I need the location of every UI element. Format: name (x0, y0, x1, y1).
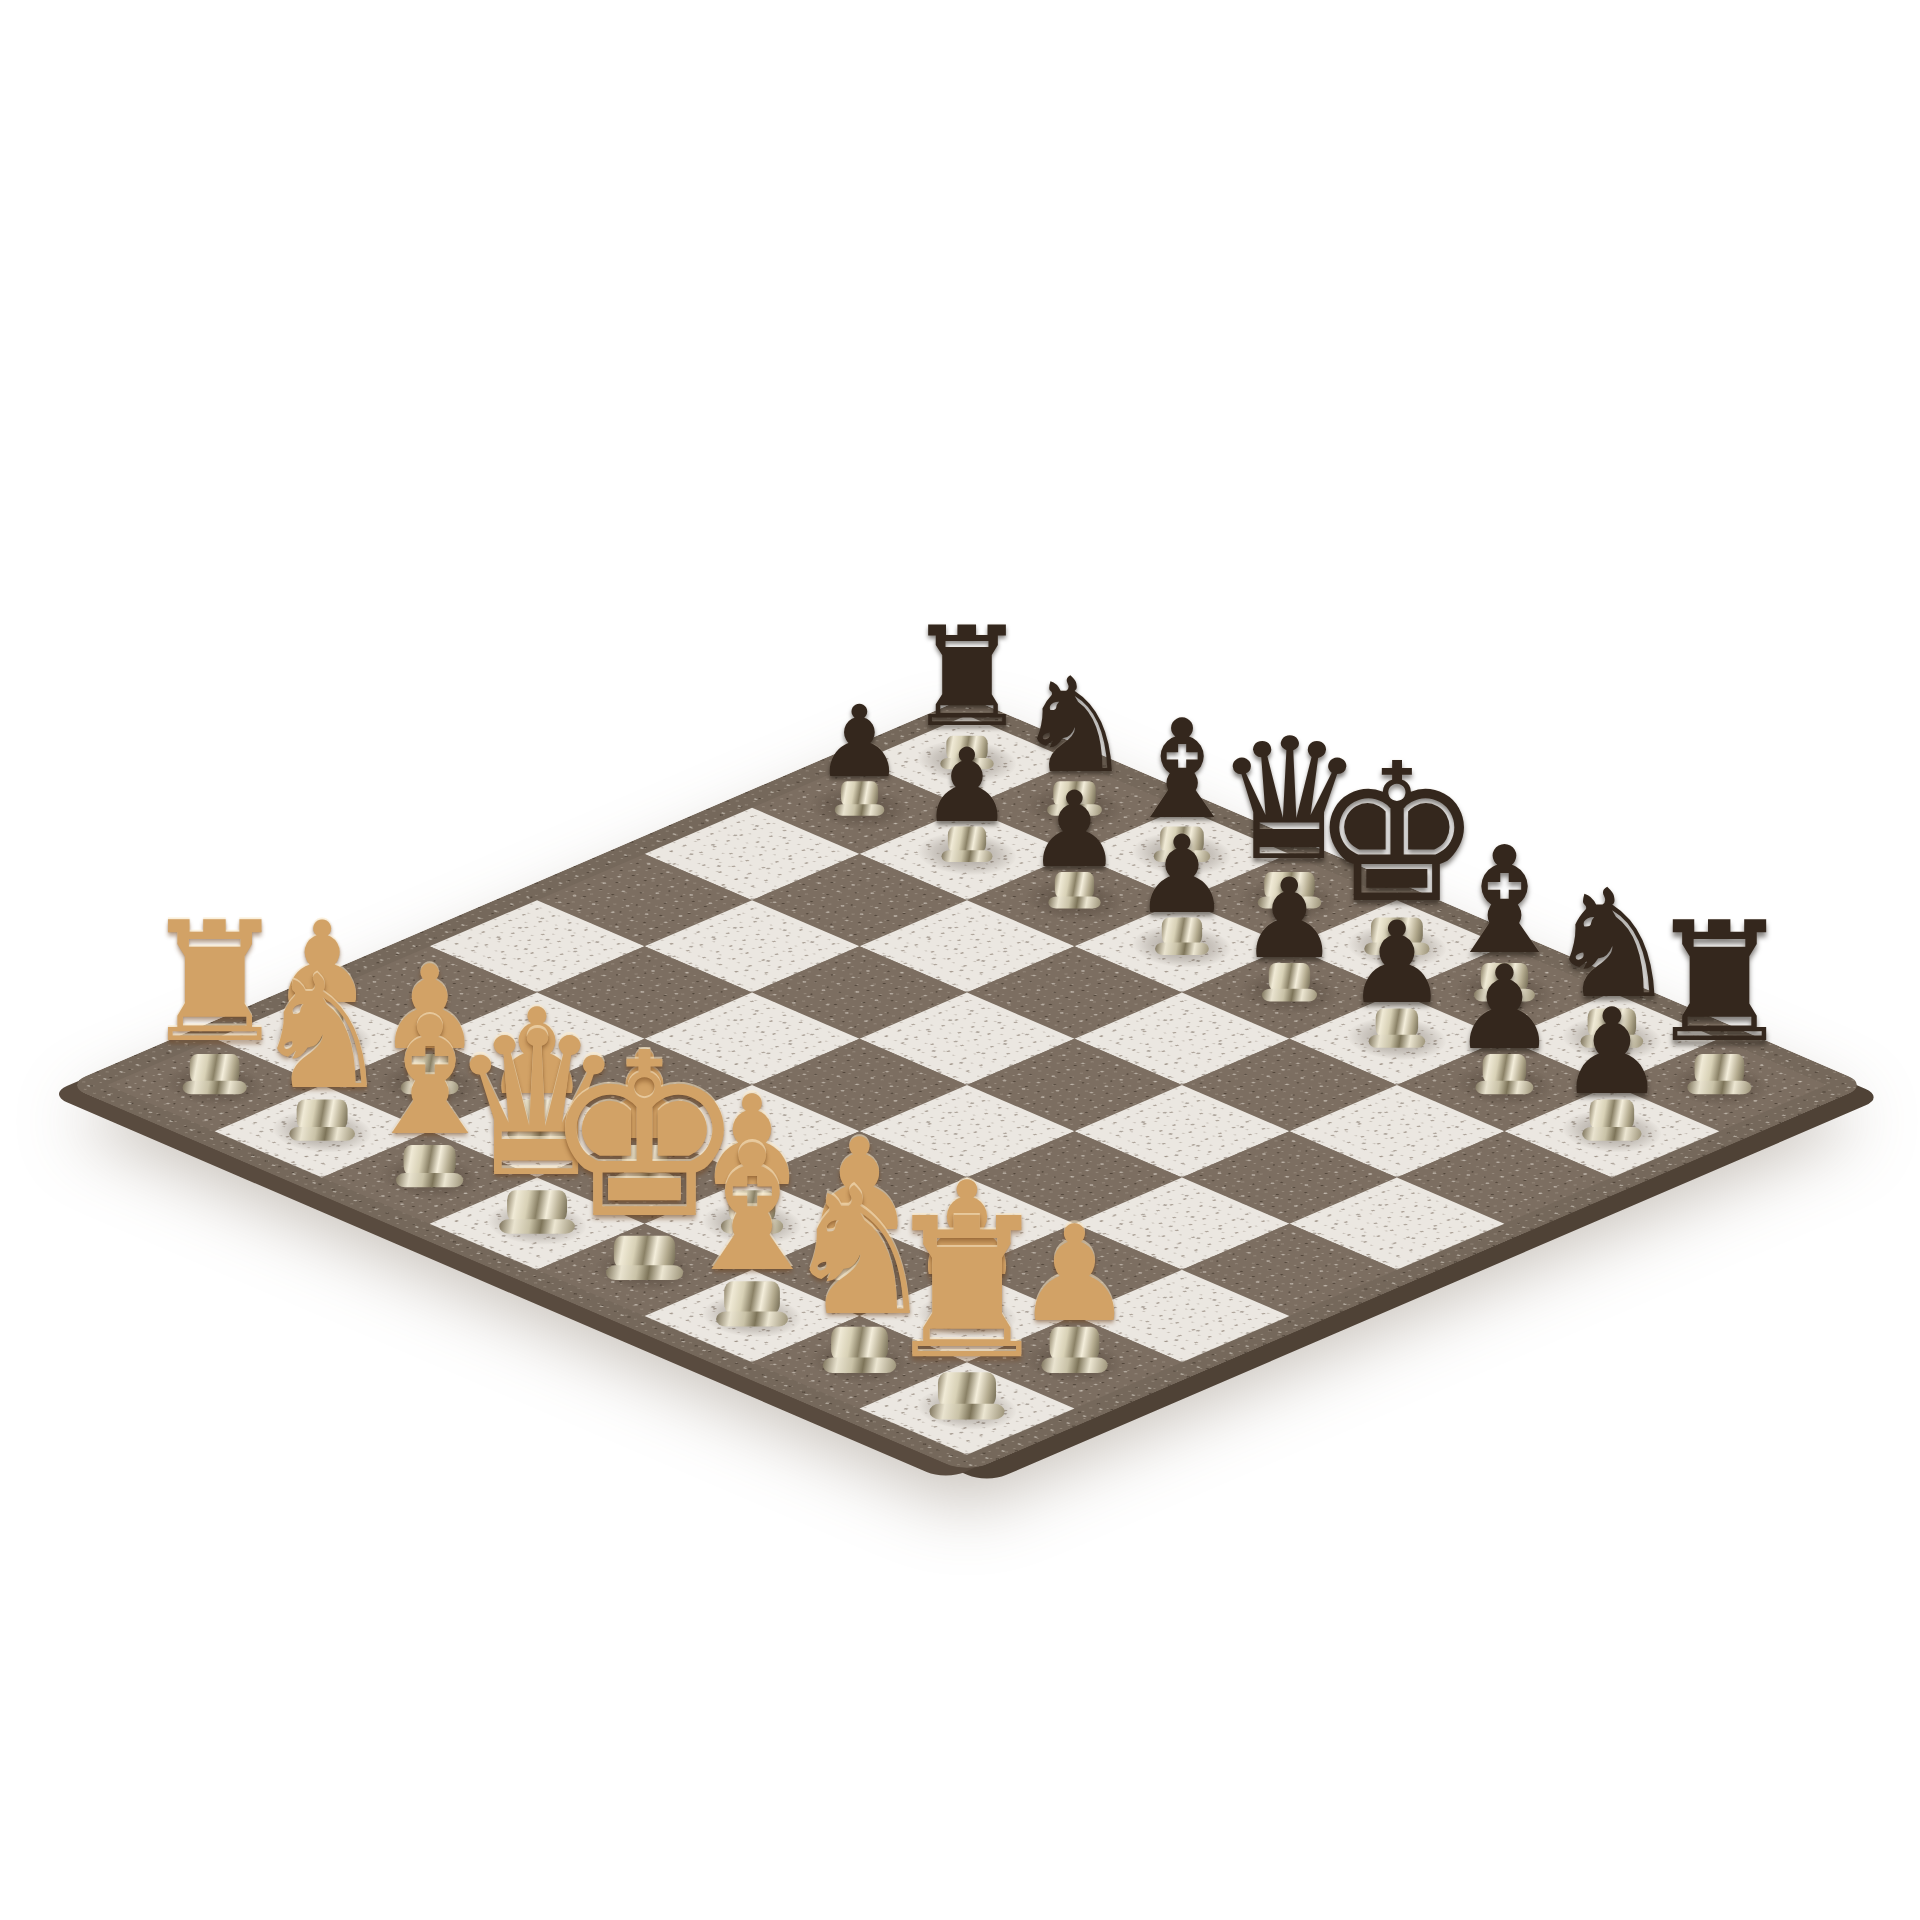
nickel-base (1269, 963, 1310, 993)
black-pawn-glyph: ♟ (1559, 995, 1665, 1108)
white-rook-glyph: ♜ (880, 1198, 1054, 1382)
nickel-base (1590, 1099, 1635, 1131)
nickel-base (1162, 918, 1202, 947)
white-rook-h1[interactable]: ♜ (858, 1033, 1076, 1408)
board-perspective-wrapper: ♜♞♝♛♚♝♞♜♟♟♟♟♟♟♟♟♟♟♟♟♟♟♟♟♜♞♝♛♚♝♞♜ (65, 697, 1870, 1473)
nickel-base (938, 1372, 996, 1408)
nickel-base (1055, 872, 1094, 900)
chess-set-photo: ♜♞♝♛♚♝♞♜♟♟♟♟♟♟♟♟♟♟♟♟♟♟♟♟♜♞♝♛♚♝♞♜ (0, 0, 1920, 1920)
square-h1[interactable]: ♜ (860, 1362, 1075, 1454)
nickel-base (841, 781, 878, 808)
black-pawn-h7[interactable]: ♟ (1516, 803, 1707, 1132)
chess-board-slab: ♜♞♝♛♚♝♞♜♟♟♟♟♟♟♟♟♟♟♟♟♟♟♟♟♜♞♝♛♚♝♞♜ (65, 697, 1870, 1473)
nickel-base (948, 827, 986, 854)
chess-board-grid: ♜♞♝♛♚♝♞♜♟♟♟♟♟♟♟♟♟♟♟♟♟♟♟♟♜♞♝♛♚♝♞♜ (107, 715, 1827, 1454)
